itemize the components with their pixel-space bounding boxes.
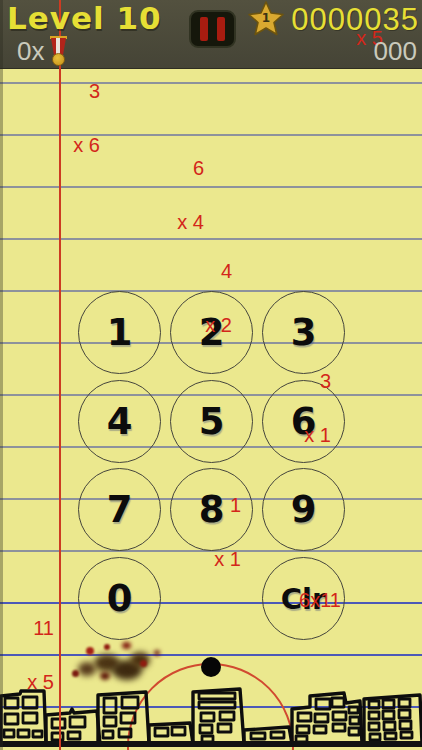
pause-icon <box>217 17 225 41</box>
keypad-button-9[interactable]: 9 <box>262 468 345 551</box>
city-skyline <box>0 683 422 750</box>
right-counter: 000 <box>374 37 417 65</box>
ruled-line <box>0 654 422 656</box>
falling-problem: 3 x 1 <box>291 336 331 480</box>
cannonball-dot <box>201 657 221 677</box>
star-icon: 1 <box>247 1 285 37</box>
star-level-badge: 1 <box>247 1 285 37</box>
falling-problem: 4 x 2 <box>192 226 232 370</box>
key-label: 5 <box>199 400 225 443</box>
key-label: 4 <box>107 400 133 443</box>
problem-top: 3 <box>60 82 100 100</box>
problem-top: 1 <box>201 496 241 514</box>
margin-line <box>59 0 61 750</box>
score-display: 0000035 <box>291 3 419 37</box>
ground-line <box>0 741 422 747</box>
multiplier-display: 0x <box>17 37 44 65</box>
pause-button[interactable] <box>189 10 236 48</box>
game-screen: 3 x 6 6 x 4 4 x 2 3 x 1 1 x 1 6x11 11 x … <box>0 0 422 750</box>
medal-icon <box>50 36 68 68</box>
keypad-button-1[interactable]: 1 <box>78 291 161 374</box>
key-label: 1 <box>107 311 133 354</box>
keypad-button-0[interactable]: 0 <box>78 557 161 640</box>
falling-problem: 1 x 1 <box>201 460 241 604</box>
falling-problem: 6x11 <box>295 555 341 645</box>
level-label: Level 10 <box>7 0 162 36</box>
key-label: 7 <box>107 488 133 531</box>
key-label: 9 <box>291 488 317 531</box>
problem-top: 4 <box>192 262 232 280</box>
star-value: 1 <box>262 11 270 25</box>
key-label: 0 <box>107 577 133 620</box>
problem-top: 11 <box>14 619 54 637</box>
keypad-button-7[interactable]: 7 <box>78 468 161 551</box>
keypad-button-4[interactable]: 4 <box>78 380 161 463</box>
problem-top: 6x11 <box>295 591 341 609</box>
problem-top: 3 <box>291 372 331 390</box>
problem-top: 6 <box>164 159 204 177</box>
left-edge-shade <box>0 0 3 750</box>
pause-icon <box>200 17 208 41</box>
problem-bottom: x 1 <box>201 550 241 568</box>
problem-bottom: x 1 <box>291 426 331 444</box>
problem-bottom: x 6 <box>60 136 100 154</box>
keypad-button-5[interactable]: 5 <box>170 380 253 463</box>
problem-bottom: x 2 <box>192 316 232 334</box>
